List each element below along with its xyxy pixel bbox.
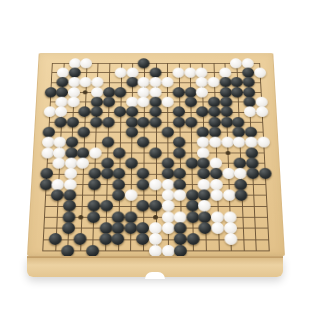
- white-stone: [197, 147, 210, 158]
- black-stone: [101, 168, 114, 179]
- black-stone: [234, 179, 247, 190]
- white-stone: [149, 87, 161, 97]
- white-stone: [68, 87, 80, 97]
- white-stone: [149, 244, 162, 256]
- board-surface: [27, 53, 285, 256]
- black-stone: [137, 137, 149, 148]
- white-stone: [198, 179, 211, 190]
- black-stone: [111, 233, 124, 245]
- black-stone: [101, 157, 114, 168]
- black-stone: [63, 189, 76, 200]
- white-stone: [198, 200, 211, 212]
- black-stone: [124, 211, 137, 223]
- black-stone: [174, 222, 187, 234]
- white-stone: [222, 168, 235, 179]
- board-seam: [27, 257, 283, 258]
- white-stone: [41, 137, 54, 148]
- white-stone: [162, 244, 175, 256]
- black-stone: [184, 87, 196, 97]
- black-stone: [209, 127, 222, 138]
- black-stone: [161, 157, 174, 168]
- white-stone: [197, 137, 210, 148]
- black-stone: [242, 67, 254, 77]
- black-stone: [209, 117, 222, 128]
- white-stone: [196, 77, 208, 87]
- white-stone: [149, 222, 162, 234]
- white-stone: [57, 67, 69, 77]
- black-stone: [198, 157, 211, 168]
- black-stone: [149, 106, 161, 117]
- black-stone: [87, 211, 100, 223]
- white-stone: [91, 77, 103, 87]
- black-stone: [90, 106, 102, 117]
- white-stone: [80, 77, 92, 87]
- black-stone: [114, 106, 126, 117]
- black-stone: [99, 222, 112, 234]
- star-point: [83, 90, 88, 94]
- black-stone: [137, 168, 150, 179]
- white-stone: [80, 58, 92, 68]
- black-stone: [198, 189, 211, 200]
- white-stone: [89, 147, 102, 158]
- black-stone: [90, 117, 103, 128]
- white-stone: [253, 67, 265, 77]
- black-stone: [208, 106, 220, 117]
- white-stone: [138, 77, 150, 87]
- white-stone: [174, 189, 187, 200]
- white-stone: [138, 97, 150, 107]
- black-stone: [138, 58, 150, 68]
- board-front-edge: [27, 256, 283, 277]
- white-stone: [173, 67, 185, 77]
- black-stone: [197, 127, 210, 138]
- white-stone: [126, 97, 138, 107]
- black-stone: [66, 117, 79, 128]
- black-stone: [56, 77, 68, 87]
- white-stone: [55, 106, 68, 117]
- white-stone: [125, 189, 138, 200]
- black-stone: [65, 147, 78, 158]
- black-stone: [65, 137, 78, 148]
- black-stone: [112, 211, 125, 223]
- white-stone: [244, 106, 257, 117]
- black-stone: [49, 233, 62, 245]
- white-stone: [255, 106, 268, 117]
- white-stone: [210, 179, 223, 190]
- white-stone: [115, 67, 127, 77]
- go-board: [27, 15, 283, 277]
- black-stone: [246, 168, 259, 179]
- black-stone: [231, 77, 243, 87]
- black-stone: [235, 189, 248, 200]
- black-stone: [62, 222, 75, 234]
- white-stone: [255, 97, 268, 107]
- white-stone: [223, 211, 236, 223]
- black-stone: [114, 87, 126, 97]
- white-stone: [230, 58, 242, 68]
- white-stone: [234, 168, 247, 179]
- board-clasp-notch: [145, 272, 165, 279]
- white-stone: [224, 233, 237, 245]
- white-stone: [64, 157, 77, 168]
- white-stone: [161, 211, 174, 223]
- black-stone: [220, 97, 232, 107]
- black-stone: [88, 168, 101, 179]
- black-stone: [219, 77, 231, 87]
- black-stone: [125, 127, 137, 138]
- white-stone: [223, 189, 236, 200]
- white-stone: [69, 58, 81, 68]
- black-stone: [126, 77, 138, 87]
- black-stone: [244, 127, 257, 138]
- star-point: [153, 215, 158, 219]
- black-stone: [149, 200, 162, 212]
- white-stone: [161, 189, 174, 200]
- black-stone: [102, 117, 114, 128]
- black-stone: [161, 168, 174, 179]
- black-stone: [113, 147, 126, 158]
- white-stone: [242, 58, 254, 68]
- white-stone: [53, 147, 66, 158]
- white-stone: [77, 157, 90, 168]
- black-stone: [199, 222, 212, 234]
- black-stone: [74, 233, 87, 245]
- white-stone: [196, 67, 208, 77]
- black-stone: [68, 67, 80, 77]
- black-stone: [198, 168, 211, 179]
- white-stone: [64, 179, 77, 190]
- black-stone: [161, 127, 173, 138]
- black-stone: [137, 179, 150, 190]
- black-stone: [173, 87, 185, 97]
- black-stone: [39, 179, 52, 190]
- black-stone: [186, 211, 199, 223]
- black-stone: [149, 97, 161, 107]
- black-stone: [112, 179, 125, 190]
- black-stone: [174, 179, 187, 190]
- black-stone: [187, 233, 200, 245]
- white-stone: [41, 147, 54, 158]
- black-stone: [126, 106, 138, 117]
- black-stone: [174, 244, 187, 256]
- black-stone: [173, 106, 185, 117]
- white-stone: [150, 77, 162, 87]
- white-stone: [257, 137, 270, 148]
- black-stone: [44, 87, 57, 97]
- black-stone: [173, 147, 186, 158]
- black-stone: [137, 200, 150, 212]
- black-stone: [208, 97, 220, 107]
- black-stone: [42, 127, 55, 138]
- black-stone: [124, 222, 137, 234]
- star-point: [79, 215, 84, 219]
- black-stone: [61, 244, 74, 256]
- white-stone: [210, 189, 223, 200]
- white-stone: [51, 179, 64, 190]
- black-stone: [186, 189, 199, 200]
- white-stone: [126, 67, 138, 77]
- black-stone: [77, 147, 90, 158]
- black-stone: [101, 137, 114, 148]
- black-stone: [242, 77, 254, 87]
- black-stone: [219, 87, 231, 97]
- black-stone: [185, 97, 197, 107]
- black-stone: [112, 189, 125, 200]
- black-stone: [173, 137, 185, 148]
- white-stone: [52, 157, 65, 168]
- black-stone: [126, 117, 138, 128]
- star-point: [225, 150, 230, 154]
- black-stone: [112, 222, 125, 234]
- go-grid: [42, 63, 270, 251]
- black-stone: [113, 168, 126, 179]
- white-stone: [53, 137, 66, 148]
- black-stone: [63, 200, 76, 212]
- white-stone: [174, 211, 187, 223]
- white-stone: [224, 222, 237, 234]
- black-stone: [231, 87, 243, 97]
- white-stone: [211, 211, 224, 223]
- black-stone: [258, 168, 271, 179]
- black-stone: [86, 244, 99, 256]
- black-stone: [234, 157, 247, 168]
- black-stone: [78, 127, 91, 138]
- black-stone: [99, 233, 112, 245]
- black-stone: [102, 97, 114, 107]
- black-stone: [243, 97, 256, 107]
- white-stone: [245, 137, 258, 148]
- white-stone: [161, 97, 173, 107]
- white-stone: [184, 67, 196, 77]
- black-stone: [174, 233, 187, 245]
- white-stone: [162, 222, 175, 234]
- white-stone: [196, 87, 208, 97]
- white-stone: [64, 168, 77, 179]
- black-stone: [245, 147, 258, 158]
- black-stone: [197, 106, 209, 117]
- black-stone: [138, 117, 150, 128]
- black-stone: [246, 157, 259, 168]
- black-stone: [210, 168, 223, 179]
- black-stone: [54, 117, 67, 128]
- black-stone: [137, 222, 150, 234]
- black-stone: [87, 200, 100, 212]
- white-stone: [221, 137, 234, 148]
- black-stone: [103, 87, 115, 97]
- black-stone: [199, 211, 212, 223]
- black-stone: [173, 117, 185, 128]
- white-stone: [233, 137, 246, 148]
- black-stone: [88, 179, 101, 190]
- black-stone: [173, 168, 186, 179]
- black-stone: [149, 147, 161, 158]
- white-stone: [55, 97, 68, 107]
- white-stone: [67, 97, 80, 107]
- black-stone: [78, 106, 91, 117]
- white-stone: [161, 200, 174, 212]
- white-stone: [161, 179, 174, 190]
- black-stone: [150, 67, 162, 77]
- white-stone: [68, 77, 80, 87]
- black-stone: [185, 117, 197, 128]
- photo-scene: [0, 0, 310, 310]
- black-stone: [91, 97, 103, 107]
- black-stone: [136, 233, 149, 245]
- black-stone: [125, 157, 138, 168]
- black-stone: [62, 211, 75, 223]
- black-stone: [243, 87, 256, 97]
- black-stone: [233, 127, 246, 138]
- black-stone: [100, 200, 113, 212]
- white-stone: [210, 157, 223, 168]
- white-stone: [208, 77, 220, 87]
- white-stone: [138, 87, 150, 97]
- black-stone: [56, 87, 69, 97]
- black-stone: [185, 157, 198, 168]
- black-stone: [220, 117, 233, 128]
- white-stone: [161, 77, 173, 87]
- white-stone: [211, 222, 224, 234]
- white-stone: [43, 106, 56, 117]
- black-stone: [220, 106, 233, 117]
- grid-line-vertical: [259, 63, 270, 251]
- black-stone: [232, 117, 245, 128]
- white-stone: [209, 137, 222, 148]
- white-stone: [219, 67, 231, 77]
- black-stone: [40, 168, 53, 179]
- black-stone: [51, 189, 64, 200]
- black-stone: [186, 200, 199, 212]
- white-stone: [149, 233, 162, 245]
- black-stone: [149, 117, 161, 128]
- white-stone: [91, 87, 103, 97]
- white-stone: [149, 179, 162, 190]
